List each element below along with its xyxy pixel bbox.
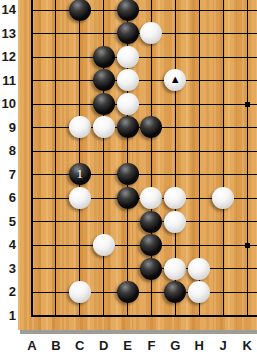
row-label: 10 [0,96,16,112]
white-stone [93,234,115,256]
row-label: 14 [0,2,16,18]
black-stone [117,116,139,138]
black-stone [164,281,186,303]
row-label: 11 [0,73,16,89]
black-stone [69,0,91,21]
white-stone: ▲ [164,69,186,91]
black-stone [93,93,115,115]
column-label: E [118,338,138,354]
black-stone: 1 [69,163,91,185]
row-label: 13 [0,26,16,42]
move-number-label: 1 [69,163,91,185]
column-label: B [46,338,66,354]
white-stone [164,211,186,233]
white-stone [93,116,115,138]
black-stone [117,281,139,303]
column-label: J [213,338,233,354]
row-label: 5 [0,214,16,230]
row-label: 12 [0,49,16,65]
white-stone [117,93,139,115]
white-stone [164,187,186,209]
triangle-marker-icon: ▲ [164,69,186,91]
black-stone [117,0,139,21]
row-label: 4 [0,237,16,253]
black-stone [93,46,115,68]
black-stone [93,69,115,91]
black-stone [117,163,139,185]
row-label: 2 [0,284,16,300]
white-stone [69,187,91,209]
stones-layer: 1▲ [20,0,257,327]
black-stone [117,187,139,209]
row-label: 9 [0,120,16,136]
white-stone [140,22,162,44]
go-board-diagram: 1▲ 1413121110987654321 ABCDEFGHJK [0,0,257,356]
row-label: 8 [0,143,16,159]
white-stone [117,69,139,91]
white-stone [140,187,162,209]
black-stone [140,258,162,280]
row-label: 7 [0,167,16,183]
white-stone [212,187,234,209]
white-stone [69,116,91,138]
white-stone [188,281,210,303]
column-label: K [237,338,257,354]
row-label: 3 [0,261,16,277]
column-label: G [165,338,185,354]
black-stone [140,234,162,256]
column-label: A [22,338,42,354]
white-stone [69,281,91,303]
column-label: C [70,338,90,354]
column-label: H [189,338,209,354]
white-stone [164,258,186,280]
column-label: D [94,338,114,354]
white-stone [117,46,139,68]
white-stone [188,258,210,280]
column-label: F [142,338,162,354]
black-stone [140,211,162,233]
row-label: 6 [0,190,16,206]
row-label: 1 [0,308,16,324]
board-shadow [20,330,257,334]
black-stone [117,22,139,44]
black-stone [140,116,162,138]
